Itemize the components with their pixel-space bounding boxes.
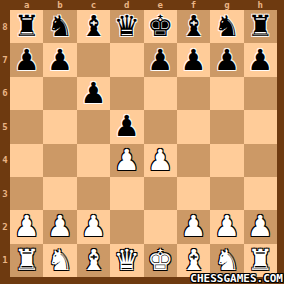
file-label-h: h	[244, 0, 277, 10]
piece-black-pawn[interactable]: ♟	[14, 44, 40, 77]
square-g5[interactable]	[210, 110, 243, 143]
chess-board: abcdefgh 87654321 ♜♞♝♛♚♝♞♜♟♟♟♟♟♟♟♟♟♟♟♟♟♟…	[0, 0, 284, 284]
square-b3[interactable]	[43, 177, 76, 210]
square-c5[interactable]	[77, 110, 110, 143]
piece-black-king[interactable]: ♚	[147, 10, 173, 43]
piece-black-rook[interactable]: ♜	[247, 10, 273, 43]
square-e5[interactable]	[144, 110, 177, 143]
piece-black-pawn[interactable]: ♟	[181, 44, 207, 77]
piece-black-pawn[interactable]: ♟	[147, 44, 173, 77]
piece-black-pawn[interactable]: ♟	[114, 110, 140, 143]
piece-white-knight[interactable]: ♞	[47, 244, 73, 277]
square-a1[interactable]: ♜	[10, 244, 43, 277]
rank-label-8: 8	[0, 10, 10, 43]
square-b8[interactable]: ♞	[43, 10, 76, 43]
file-label-d: d	[110, 0, 143, 10]
square-a4[interactable]	[10, 144, 43, 177]
piece-white-pawn[interactable]: ♟	[247, 210, 273, 243]
rank-labels: 87654321	[0, 10, 10, 277]
piece-black-pawn[interactable]: ♟	[47, 44, 73, 77]
square-h5[interactable]	[244, 110, 277, 143]
square-d7[interactable]	[110, 43, 143, 76]
square-a6[interactable]	[10, 77, 43, 110]
square-d2[interactable]	[110, 210, 143, 243]
square-h4[interactable]	[244, 144, 277, 177]
square-b4[interactable]	[43, 144, 76, 177]
square-c3[interactable]	[77, 177, 110, 210]
square-d3[interactable]	[110, 177, 143, 210]
board-grid: ♜♞♝♛♚♝♞♜♟♟♟♟♟♟♟♟♟♟♟♟♟♟♟♟♜♞♝♛♚♝♞♜	[10, 10, 277, 277]
piece-white-bishop[interactable]: ♝	[80, 244, 106, 277]
file-label-b: b	[43, 0, 76, 10]
square-g2[interactable]: ♟	[210, 210, 243, 243]
square-g8[interactable]: ♞	[210, 10, 243, 43]
piece-black-pawn[interactable]: ♟	[214, 44, 240, 77]
square-c7[interactable]	[77, 43, 110, 76]
square-c4[interactable]	[77, 144, 110, 177]
piece-white-queen[interactable]: ♛	[114, 244, 140, 277]
square-d6[interactable]	[110, 77, 143, 110]
square-f2[interactable]: ♟	[177, 210, 210, 243]
piece-black-bishop[interactable]: ♝	[181, 10, 207, 43]
square-g3[interactable]	[210, 177, 243, 210]
piece-black-knight[interactable]: ♞	[47, 10, 73, 43]
piece-white-pawn[interactable]: ♟	[80, 210, 106, 243]
square-f6[interactable]	[177, 77, 210, 110]
square-a2[interactable]: ♟	[10, 210, 43, 243]
piece-white-pawn[interactable]: ♟	[214, 210, 240, 243]
piece-black-bishop[interactable]: ♝	[80, 10, 106, 43]
square-h2[interactable]: ♟	[244, 210, 277, 243]
square-g4[interactable]	[210, 144, 243, 177]
piece-white-pawn[interactable]: ♟	[47, 210, 73, 243]
chessgames-watermark: CHESSGAMES.COM	[190, 273, 283, 284]
piece-white-pawn[interactable]: ♟	[14, 210, 40, 243]
file-label-c: c	[77, 0, 110, 10]
rank-label-3: 3	[0, 177, 10, 210]
file-label-f: f	[177, 0, 210, 10]
square-e4[interactable]: ♟	[144, 144, 177, 177]
piece-black-pawn[interactable]: ♟	[80, 77, 106, 110]
square-h7[interactable]: ♟	[244, 43, 277, 76]
square-c6[interactable]: ♟	[77, 77, 110, 110]
piece-black-knight[interactable]: ♞	[214, 10, 240, 43]
square-a3[interactable]	[10, 177, 43, 210]
square-b5[interactable]	[43, 110, 76, 143]
file-label-a: a	[10, 0, 43, 10]
square-d8[interactable]: ♛	[110, 10, 143, 43]
square-f5[interactable]	[177, 110, 210, 143]
piece-white-pawn[interactable]: ♟	[114, 144, 140, 177]
square-b6[interactable]	[43, 77, 76, 110]
square-b2[interactable]: ♟	[43, 210, 76, 243]
square-d4[interactable]: ♟	[110, 144, 143, 177]
piece-white-rook[interactable]: ♜	[14, 244, 40, 277]
piece-black-rook[interactable]: ♜	[14, 10, 40, 43]
piece-white-pawn[interactable]: ♟	[147, 144, 173, 177]
square-f7[interactable]: ♟	[177, 43, 210, 76]
square-c2[interactable]: ♟	[77, 210, 110, 243]
piece-white-pawn[interactable]: ♟	[181, 210, 207, 243]
rank-label-5: 5	[0, 110, 10, 143]
square-e7[interactable]: ♟	[144, 43, 177, 76]
square-c1[interactable]: ♝	[77, 244, 110, 277]
square-b1[interactable]: ♞	[43, 244, 76, 277]
square-a8[interactable]: ♜	[10, 10, 43, 43]
piece-black-queen[interactable]: ♛	[114, 10, 140, 43]
square-b7[interactable]: ♟	[43, 43, 76, 76]
square-d1[interactable]: ♛	[110, 244, 143, 277]
square-g6[interactable]	[210, 77, 243, 110]
square-a5[interactable]	[10, 110, 43, 143]
rank-label-6: 6	[0, 77, 10, 110]
square-c8[interactable]: ♝	[77, 10, 110, 43]
square-f4[interactable]	[177, 144, 210, 177]
square-e1[interactable]: ♚	[144, 244, 177, 277]
rank-label-4: 4	[0, 144, 10, 177]
file-label-g: g	[210, 0, 243, 10]
square-e3[interactable]	[144, 177, 177, 210]
square-h3[interactable]	[244, 177, 277, 210]
file-labels: abcdefgh	[10, 0, 277, 10]
square-f8[interactable]: ♝	[177, 10, 210, 43]
rank-label-1: 1	[0, 244, 10, 277]
square-h6[interactable]	[244, 77, 277, 110]
square-e6[interactable]	[144, 77, 177, 110]
square-e2[interactable]	[144, 210, 177, 243]
square-e8[interactable]: ♚	[144, 10, 177, 43]
rank-label-2: 2	[0, 210, 10, 243]
rank-label-7: 7	[0, 43, 10, 76]
square-h8[interactable]: ♜	[244, 10, 277, 43]
square-a7[interactable]: ♟	[10, 43, 43, 76]
square-f3[interactable]	[177, 177, 210, 210]
piece-black-pawn[interactable]: ♟	[247, 44, 273, 77]
square-d5[interactable]: ♟	[110, 110, 143, 143]
square-g7[interactable]: ♟	[210, 43, 243, 76]
file-label-e: e	[144, 0, 177, 10]
piece-white-king[interactable]: ♚	[147, 244, 173, 277]
